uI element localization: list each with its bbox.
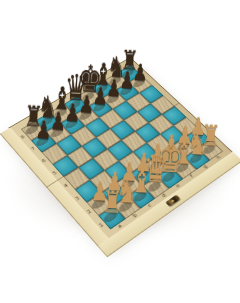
piece-white-rook-a1: ♜ [96,186,128,218]
brass-clasp-icon [165,195,180,207]
product-photo: abcdefgh 87654321 ♜♞♝♛♚♝♞♜♟♟♟♟♟♟♟♟♟♟♟♟♟♟… [0,0,240,303]
clasp-pin [171,199,175,202]
piece-black-pawn-a7: ♟ [29,117,59,143]
